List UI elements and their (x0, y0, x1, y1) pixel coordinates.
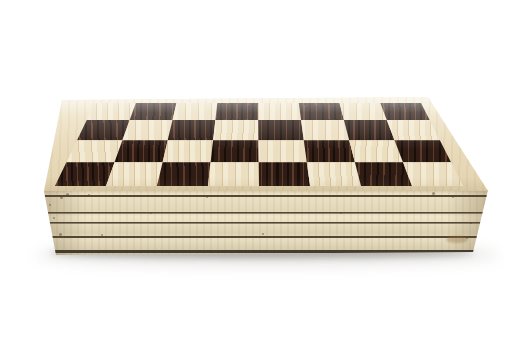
chessboard-box-photo (0, 0, 510, 340)
chess-board (0, 0, 510, 340)
